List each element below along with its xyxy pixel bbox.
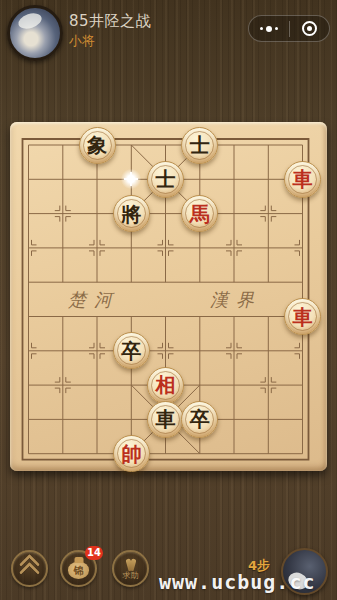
piece-帥-red[interactable]: 帥 xyxy=(113,435,150,472)
level-subtitle: 小将 xyxy=(69,32,95,50)
piece-將-black[interactable]: 將 xyxy=(113,195,150,232)
piece-車-red[interactable]: 車 xyxy=(284,298,321,335)
river-label-right: 漢界 xyxy=(210,288,262,312)
help-label: 求助 xyxy=(123,572,139,580)
piece-glyph: 卒 xyxy=(190,409,210,429)
piece-卒-black[interactable]: 卒 xyxy=(181,401,218,438)
piece-glyph: 馬 xyxy=(190,204,210,224)
piece-glyph: 卒 xyxy=(121,341,141,361)
screen: { "header": { "title": "85井陉之战", "subtit… xyxy=(0,0,337,600)
piece-相-red[interactable]: 相 xyxy=(147,367,184,404)
piece-士-black[interactable]: 士 xyxy=(147,161,184,198)
piece-象-black[interactable]: 象 xyxy=(79,127,116,164)
player-avatar[interactable] xyxy=(7,5,63,61)
xiangqi-board[interactable]: 楚河 漢界 象士士車將馬車卒相車卒帥 xyxy=(10,122,327,471)
close-button[interactable] xyxy=(290,16,330,41)
piece-卒-black[interactable]: 卒 xyxy=(113,332,150,369)
more-button[interactable] xyxy=(249,16,289,41)
piece-士-black[interactable]: 士 xyxy=(181,127,218,164)
piece-車-red[interactable]: 車 xyxy=(284,161,321,198)
exit-target-icon xyxy=(302,21,317,36)
piece-glyph: 相 xyxy=(156,375,176,395)
tip-bag-icon: 锦 xyxy=(68,562,89,579)
piece-glyph: 車 xyxy=(293,169,313,189)
river-label-left: 楚河 xyxy=(68,288,120,312)
piece-glyph: 象 xyxy=(87,135,107,155)
more-icon xyxy=(266,26,272,32)
piece-glyph: 將 xyxy=(121,204,141,224)
level-title: 85井陉之战 xyxy=(69,12,151,31)
piece-glyph: 士 xyxy=(156,169,176,189)
piece-glyph: 車 xyxy=(156,409,176,429)
piece-glyph: 車 xyxy=(293,307,313,327)
more-icon xyxy=(260,27,263,30)
help-button[interactable]: 求助 xyxy=(112,550,149,587)
tips-badge: 14 xyxy=(85,546,103,560)
piece-glyph: 士 xyxy=(190,135,210,155)
watermark: www.ucbug.cc xyxy=(159,570,316,594)
praying-hands-icon xyxy=(126,559,136,571)
miniprogram-capsule xyxy=(248,15,330,42)
expand-button[interactable] xyxy=(11,550,48,587)
more-icon xyxy=(275,27,278,30)
tips-button[interactable]: 锦 14 xyxy=(60,550,97,587)
piece-glyph: 帥 xyxy=(121,444,141,464)
piece-車-black[interactable]: 車 xyxy=(147,401,184,438)
